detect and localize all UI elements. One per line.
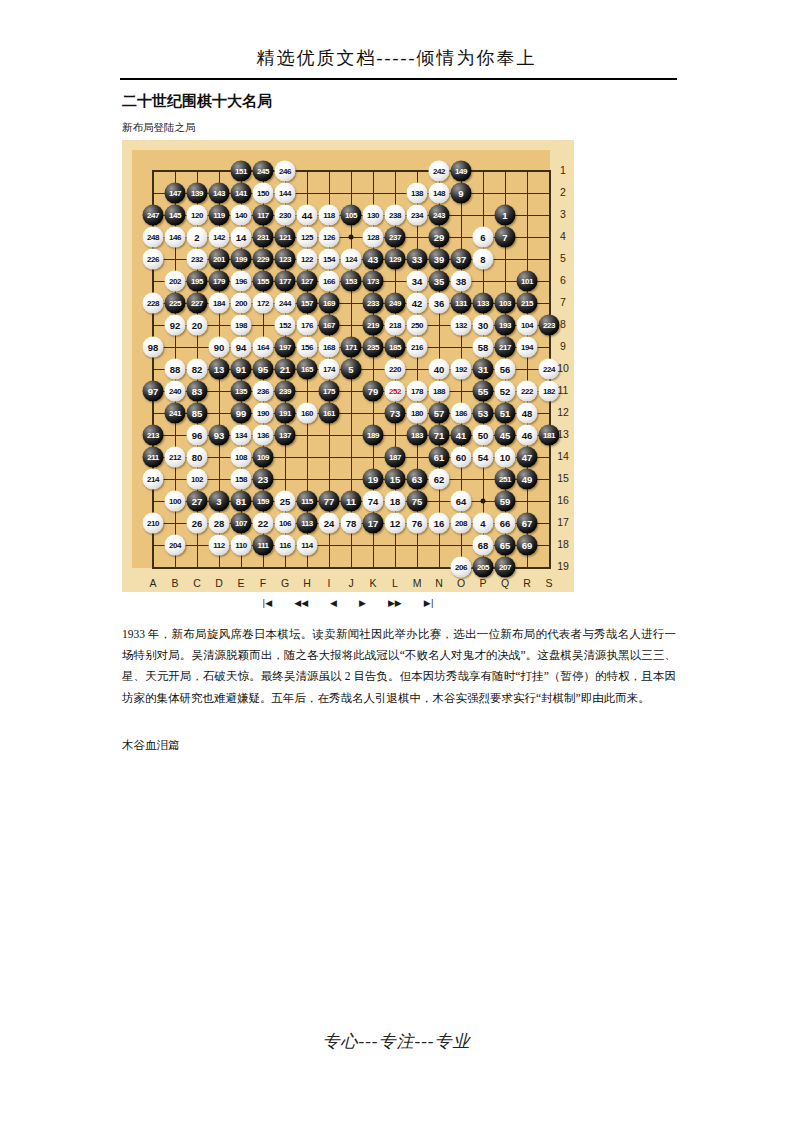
move-number: 128 (367, 233, 379, 241)
move-number: 34 (412, 276, 423, 286)
move-number: 129 (389, 255, 401, 263)
stone-L7: 249 (385, 293, 406, 314)
stone-C14: 80 (187, 447, 208, 468)
document-footer: 专心---专注---专业 (0, 1030, 793, 1053)
stone-F13: 136 (253, 425, 274, 446)
stone-F16: 159 (253, 491, 274, 512)
move-number: 37 (456, 254, 467, 264)
move-number: 211 (147, 453, 158, 461)
stone-J5: 124 (341, 249, 362, 270)
stone-B14: 212 (165, 447, 186, 468)
move-number: 25 (280, 496, 291, 506)
stone-C4: 2 (187, 227, 208, 248)
stone-C16: 27 (187, 491, 208, 512)
move-number: 92 (170, 320, 181, 330)
stone-F4: 231 (253, 227, 274, 248)
move-number: 180 (411, 409, 423, 417)
move-number: 134 (235, 431, 247, 439)
move-number: 168 (323, 343, 335, 351)
column-label-M: M (406, 577, 428, 589)
move-number: 132 (455, 321, 467, 329)
stone-B16: 100 (165, 491, 186, 512)
header-rule (120, 78, 677, 80)
move-number: 18 (390, 496, 401, 506)
row-label-13: 13 (554, 428, 572, 440)
column-label-B: B (164, 577, 186, 589)
stone-K9: 235 (363, 337, 384, 358)
stone-F14: 109 (253, 447, 274, 468)
stone-F2: 150 (253, 183, 274, 204)
stone-N6: 35 (429, 271, 450, 292)
move-number: 158 (235, 475, 247, 483)
stone-M3: 234 (407, 205, 428, 226)
stone-N12: 57 (429, 403, 450, 424)
stone-E16: 81 (231, 491, 252, 512)
stone-D5: 201 (209, 249, 230, 270)
stone-G16: 25 (275, 491, 296, 512)
stone-I12: 161 (319, 403, 340, 424)
row-label-17: 17 (554, 516, 572, 528)
stone-E5: 199 (231, 249, 252, 270)
move-number: 247 (147, 211, 159, 219)
move-number: 143 (213, 189, 225, 197)
move-number: 45 (500, 430, 511, 440)
move-number: 46 (522, 430, 533, 440)
move-number: 54 (478, 452, 489, 462)
page-title: 二十世纪围棋十大名局 (122, 92, 272, 111)
stone-N15: 62 (429, 469, 450, 490)
move-number: 196 (235, 277, 247, 285)
stone-L17: 12 (385, 513, 406, 534)
move-number: 144 (279, 189, 291, 197)
stone-Q9: 217 (495, 337, 516, 358)
stone-C13: 96 (187, 425, 208, 446)
move-number: 28 (214, 518, 225, 528)
stone-Q10: 56 (495, 359, 516, 380)
stone-J9: 171 (341, 337, 362, 358)
move-number: 78 (346, 518, 357, 528)
move-number: 216 (411, 343, 423, 351)
stone-R14: 47 (517, 447, 538, 468)
move-number: 153 (345, 277, 357, 285)
row-label-5: 5 (554, 252, 572, 264)
go-board: 1512452462421491471391431411501441381489… (122, 140, 574, 592)
stone-D18: 112 (209, 535, 230, 556)
move-number: 220 (389, 365, 401, 373)
move-number: 241 (169, 409, 181, 417)
move-number: 124 (345, 255, 357, 263)
stone-B12: 241 (165, 403, 186, 424)
stone-E2: 141 (231, 183, 252, 204)
stone-A11: 97 (143, 381, 164, 402)
move-number: 2 (194, 232, 199, 242)
stone-M2: 138 (407, 183, 428, 204)
move-number: 59 (500, 496, 511, 506)
stone-E11: 135 (231, 381, 252, 402)
stone-G1: 246 (275, 161, 296, 182)
row-label-6: 6 (554, 274, 572, 286)
move-number: 249 (389, 299, 401, 307)
stone-P14: 54 (473, 447, 494, 468)
move-number: 82 (192, 364, 203, 374)
stone-G7: 244 (275, 293, 296, 314)
stone-O19: 206 (451, 557, 472, 578)
stone-C17: 26 (187, 513, 208, 534)
move-number: 123 (279, 255, 291, 263)
move-number: 210 (147, 519, 159, 527)
move-number: 52 (500, 386, 511, 396)
column-label-F: F (252, 577, 274, 589)
move-number: 230 (279, 211, 291, 219)
row-label-19: 19 (554, 560, 572, 572)
move-number: 250 (411, 321, 423, 329)
stone-M16: 75 (407, 491, 428, 512)
stone-K3: 130 (363, 205, 384, 226)
move-number: 145 (169, 211, 181, 219)
move-number: 199 (235, 255, 247, 263)
nav-forward-button[interactable]: ▶ (359, 598, 366, 608)
move-number: 193 (499, 321, 511, 329)
stone-N1: 242 (429, 161, 450, 182)
move-number: 93 (214, 430, 225, 440)
move-number: 121 (279, 233, 291, 241)
move-number: 173 (367, 277, 379, 285)
move-number: 76 (412, 518, 423, 528)
stone-C5: 232 (187, 249, 208, 270)
stone-N14: 61 (429, 447, 450, 468)
stone-C2: 139 (187, 183, 208, 204)
column-label-K: K (362, 577, 384, 589)
nav-last-button[interactable]: ▶| (424, 598, 434, 608)
nav-forward-fast-button[interactable]: ▶▶ (388, 598, 402, 608)
stone-K13: 189 (363, 425, 384, 446)
move-number: 140 (235, 211, 247, 219)
move-number: 219 (367, 321, 379, 329)
move-number: 206 (455, 563, 467, 571)
move-number: 106 (279, 519, 291, 527)
stone-L12: 73 (385, 403, 406, 424)
row-label-15: 15 (554, 472, 572, 484)
go-board-field: 1512452462421491471391431411501441381489… (132, 150, 550, 568)
document-page: 精选优质文档-----倾情为你奉上 二十世纪围棋十大名局 新布局登陆之局 151… (0, 0, 793, 1122)
next-section-label: 木谷血泪篇 (122, 738, 180, 753)
move-number: 204 (169, 541, 181, 549)
move-number: 51 (500, 408, 511, 418)
move-number: 142 (213, 233, 225, 241)
move-number: 105 (345, 211, 357, 219)
move-number: 185 (389, 343, 401, 351)
stone-O5: 37 (451, 249, 472, 270)
stone-I5: 154 (319, 249, 340, 270)
move-number: 125 (301, 233, 313, 241)
stone-P5: 8 (473, 249, 494, 270)
move-number: 172 (257, 299, 269, 307)
stone-O7: 131 (451, 293, 472, 314)
stone-F3: 117 (253, 205, 274, 226)
stone-F7: 172 (253, 293, 274, 314)
column-label-I: I (318, 577, 340, 589)
stone-D16: 3 (209, 491, 230, 512)
stone-P13: 50 (473, 425, 494, 446)
move-number: 198 (235, 321, 247, 329)
stone-E7: 200 (231, 293, 252, 314)
stone-A13: 213 (143, 425, 164, 446)
move-number: 61 (434, 452, 445, 462)
stone-C11: 83 (187, 381, 208, 402)
stone-G10: 21 (275, 359, 296, 380)
move-number: 57 (434, 408, 445, 418)
move-number: 104 (521, 321, 533, 329)
last-move-number: 252 (389, 387, 401, 395)
stone-O6: 38 (451, 271, 472, 292)
move-number: 29 (434, 232, 445, 242)
column-label-C: C (186, 577, 208, 589)
move-number: 113 (301, 519, 312, 527)
stone-E6: 196 (231, 271, 252, 292)
move-number: 187 (389, 453, 401, 461)
stone-Q18: 65 (495, 535, 516, 556)
move-number: 19 (368, 474, 379, 484)
move-number: 98 (148, 342, 159, 352)
column-label-H: H (296, 577, 318, 589)
move-number: 164 (257, 343, 269, 351)
move-number: 213 (147, 431, 159, 439)
move-number: 246 (279, 167, 291, 175)
row-label-2: 2 (554, 186, 572, 198)
move-number: 117 (257, 211, 268, 219)
row-label-16: 16 (554, 494, 572, 506)
move-number: 192 (455, 365, 467, 373)
move-number: 79 (368, 386, 379, 396)
move-number: 6 (480, 232, 485, 242)
stone-I3: 118 (319, 205, 340, 226)
move-number: 11 (346, 496, 356, 506)
move-number: 147 (169, 189, 181, 197)
stone-E12: 99 (231, 403, 252, 424)
column-label-E: E (230, 577, 252, 589)
nav-back-fast-button[interactable]: ◀◀ (294, 598, 308, 608)
stone-G17: 106 (275, 513, 296, 534)
move-number: 146 (169, 233, 181, 241)
move-number: 127 (301, 277, 313, 285)
row-label-8: 8 (554, 318, 572, 330)
column-label-P: P (472, 577, 494, 589)
move-number: 148 (433, 189, 445, 197)
stone-Q13: 45 (495, 425, 516, 446)
stone-K8: 219 (363, 315, 384, 336)
move-number: 226 (147, 255, 159, 263)
move-number: 189 (367, 431, 379, 439)
stone-R18: 69 (517, 535, 538, 556)
stone-K17: 17 (363, 513, 384, 534)
move-number: 139 (191, 189, 203, 197)
hoshi-point (349, 235, 354, 240)
hoshi-point (481, 499, 486, 504)
move-number: 233 (367, 299, 379, 307)
move-number: 150 (257, 189, 269, 197)
stone-Q16: 59 (495, 491, 516, 512)
stone-F10: 95 (253, 359, 274, 380)
move-number: 27 (192, 496, 203, 506)
stone-J3: 105 (341, 205, 362, 226)
stone-P19: 205 (473, 557, 494, 578)
stone-M6: 34 (407, 271, 428, 292)
stone-H5: 122 (297, 249, 318, 270)
stone-G18: 116 (275, 535, 296, 556)
move-number: 171 (345, 343, 357, 351)
move-number: 177 (279, 277, 291, 285)
move-number: 5 (348, 364, 353, 374)
move-number: 69 (522, 540, 533, 550)
stone-G11: 239 (275, 381, 296, 402)
stone-A3: 247 (143, 205, 164, 226)
stone-O17: 208 (451, 513, 472, 534)
stone-Q7: 103 (495, 293, 516, 314)
column-label-Q: Q (494, 577, 516, 589)
stone-Q15: 251 (495, 469, 516, 490)
stone-E15: 158 (231, 469, 252, 490)
stone-B18: 204 (165, 535, 186, 556)
stone-A14: 211 (143, 447, 164, 468)
stone-F12: 190 (253, 403, 274, 424)
stone-R11: 222 (517, 381, 538, 402)
stone-M13: 183 (407, 425, 428, 446)
stone-H16: 115 (297, 491, 318, 512)
stone-E18: 110 (231, 535, 252, 556)
move-number: 188 (433, 387, 445, 395)
move-number: 201 (213, 255, 225, 263)
move-number: 115 (301, 497, 312, 505)
move-number: 151 (235, 167, 247, 175)
move-number: 85 (192, 408, 203, 418)
row-label-18: 18 (554, 538, 572, 550)
stone-P7: 133 (473, 293, 494, 314)
move-number: 239 (279, 387, 291, 395)
stone-D17: 28 (209, 513, 230, 534)
stone-B8: 92 (165, 315, 186, 336)
stone-Q19: 207 (495, 557, 516, 578)
move-number: 236 (257, 387, 269, 395)
stone-H12: 160 (297, 403, 318, 424)
move-number: 102 (191, 475, 203, 483)
stone-I7: 169 (319, 293, 340, 314)
stone-L16: 18 (385, 491, 406, 512)
move-number: 194 (521, 343, 533, 351)
stone-B6: 202 (165, 271, 186, 292)
move-number: 16 (434, 518, 445, 528)
stone-I8: 167 (319, 315, 340, 336)
move-number: 36 (434, 298, 445, 308)
page-subtitle: 新布局登陆之局 (122, 121, 196, 135)
move-number: 179 (213, 277, 225, 285)
stone-F18: 111 (253, 535, 274, 556)
stone-I9: 168 (319, 337, 340, 358)
move-number: 231 (257, 233, 269, 241)
move-number: 197 (279, 343, 291, 351)
column-label-O: O (450, 577, 472, 589)
move-number: 31 (478, 364, 489, 374)
stone-P18: 68 (473, 535, 494, 556)
stone-G4: 121 (275, 227, 296, 248)
move-number: 88 (170, 364, 181, 374)
stone-M5: 33 (407, 249, 428, 270)
row-label-11: 11 (554, 384, 572, 396)
stone-O13: 41 (451, 425, 472, 446)
move-number: 234 (411, 211, 423, 219)
stone-A4: 248 (143, 227, 164, 248)
nav-first-button[interactable]: |◀ (262, 598, 272, 608)
move-number: 71 (434, 430, 445, 440)
stone-O10: 192 (451, 359, 472, 380)
stone-R9: 194 (517, 337, 538, 358)
stone-P10: 31 (473, 359, 494, 380)
move-number: 73 (390, 408, 401, 418)
move-number: 227 (191, 299, 203, 307)
move-number: 3 (216, 496, 221, 506)
stone-A9: 98 (143, 337, 164, 358)
move-number: 33 (412, 254, 423, 264)
stone-M15: 63 (407, 469, 428, 490)
stone-P4: 6 (473, 227, 494, 248)
move-number: 131 (455, 299, 467, 307)
stone-E17: 107 (231, 513, 252, 534)
move-number: 195 (191, 277, 203, 285)
move-number: 240 (169, 387, 181, 395)
stone-Q11: 52 (495, 381, 516, 402)
move-number: 191 (279, 409, 291, 417)
move-number: 175 (323, 387, 335, 395)
move-number: 110 (235, 541, 246, 549)
stone-Q4: 7 (495, 227, 516, 248)
stone-O16: 64 (451, 491, 472, 512)
move-number: 174 (323, 365, 335, 373)
stone-C8: 20 (187, 315, 208, 336)
move-number: 156 (301, 343, 313, 351)
stone-F9: 164 (253, 337, 274, 358)
move-number: 62 (434, 474, 445, 484)
move-number: 41 (456, 430, 467, 440)
move-number: 22 (258, 518, 269, 528)
stone-L4: 237 (385, 227, 406, 248)
stone-B2: 147 (165, 183, 186, 204)
move-number: 244 (279, 299, 291, 307)
stone-J17: 78 (341, 513, 362, 534)
row-label-3: 3 (554, 208, 572, 220)
stone-D13: 93 (209, 425, 230, 446)
stone-C6: 195 (187, 271, 208, 292)
move-number: 35 (434, 276, 445, 286)
column-label-D: D (208, 577, 230, 589)
move-number: 10 (500, 452, 511, 462)
move-number: 65 (500, 540, 511, 550)
move-number: 202 (169, 277, 181, 285)
stone-E3: 140 (231, 205, 252, 226)
move-number: 251 (499, 475, 511, 483)
move-number: 23 (258, 474, 269, 484)
stone-M12: 180 (407, 403, 428, 424)
move-number: 165 (301, 365, 313, 373)
move-number: 186 (455, 409, 467, 417)
stone-E10: 91 (231, 359, 252, 380)
move-number: 50 (478, 430, 489, 440)
stone-B10: 88 (165, 359, 186, 380)
move-number: 214 (147, 475, 159, 483)
nav-back-button[interactable]: ◀ (330, 598, 337, 608)
move-number: 101 (521, 277, 533, 285)
stone-G9: 197 (275, 337, 296, 358)
move-number: 138 (411, 189, 423, 197)
move-number: 205 (477, 563, 489, 571)
